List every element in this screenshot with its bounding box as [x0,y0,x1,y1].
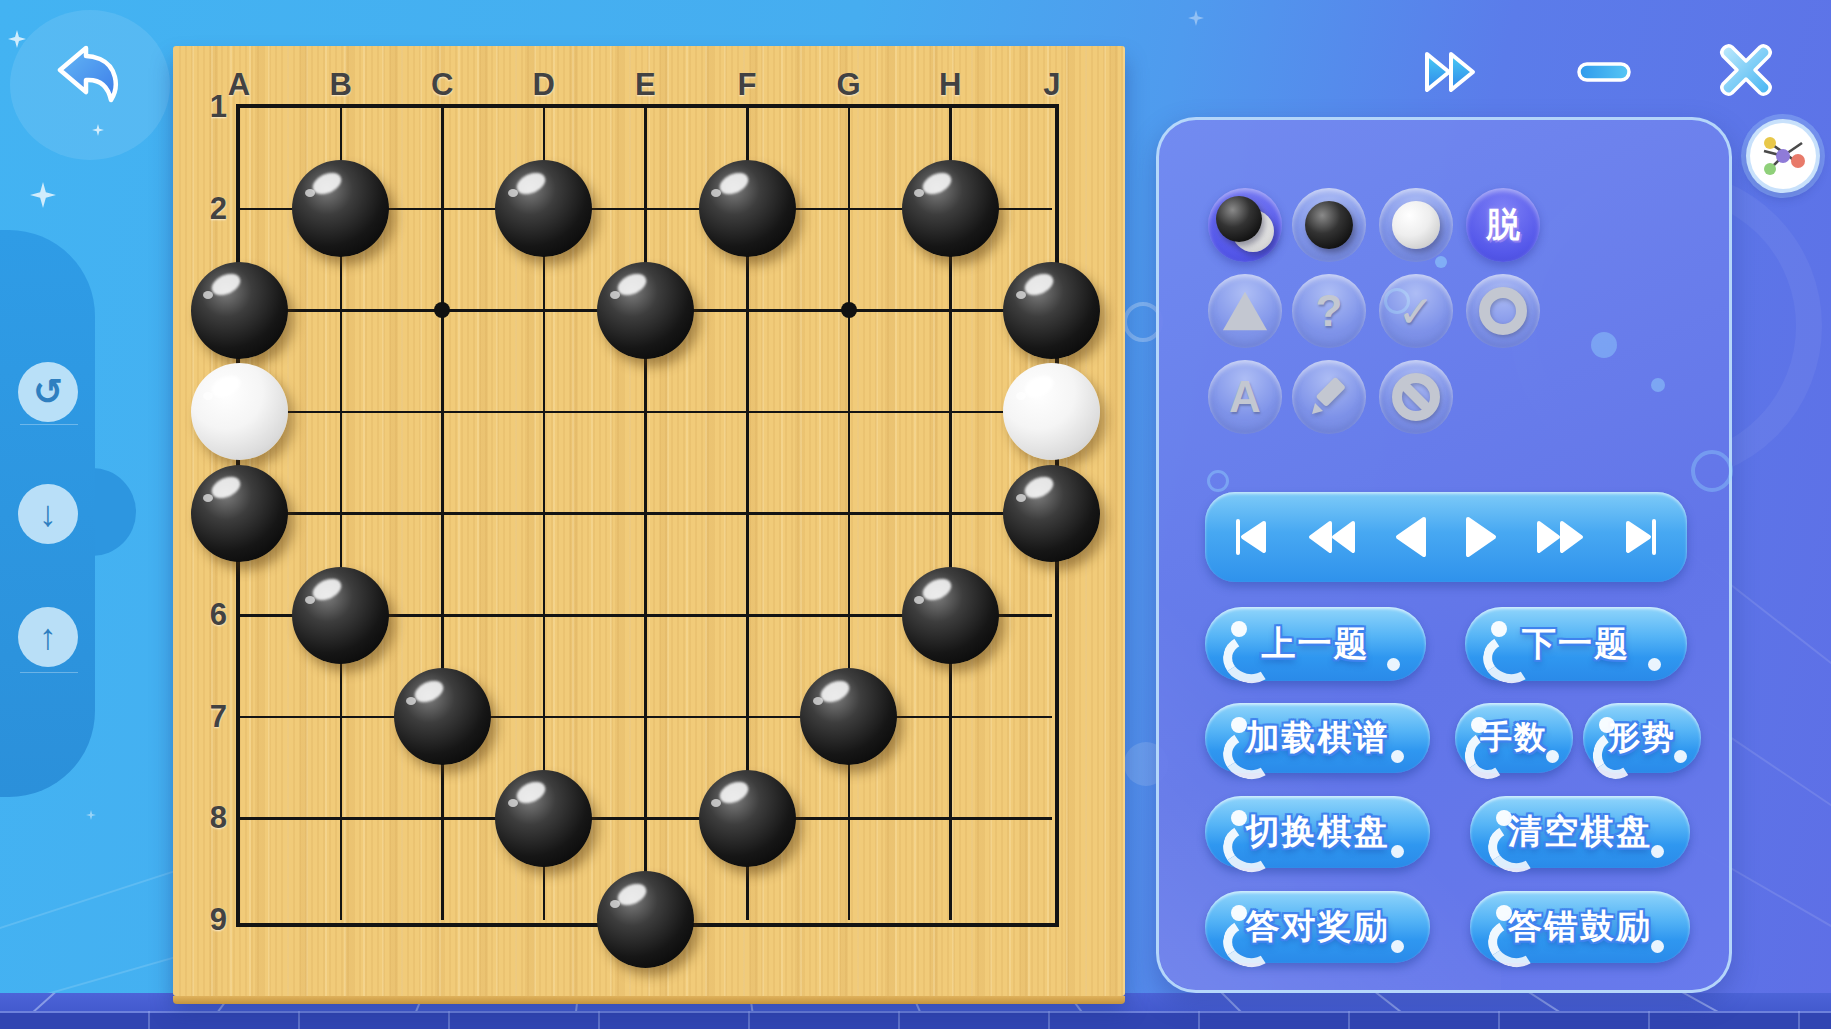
white-stone-tool[interactable] [1379,188,1453,262]
undo-button[interactable]: ↺ [18,362,78,422]
sparkle [92,124,104,136]
rewind-button[interactable] [1306,517,1358,557]
scroll-up-button[interactable]: ↑ [18,607,78,667]
close-icon [1716,40,1776,100]
switch-board-button[interactable]: 切换棋盘 [1205,796,1430,868]
black-stone-D8[interactable] [495,770,592,867]
pen-marker[interactable] [1292,360,1366,434]
black-stone-F8[interactable] [699,770,796,867]
black-stone-J5[interactable] [1003,465,1100,562]
sparkle [86,810,96,820]
prev-problem-label: 上一题 [1262,621,1370,667]
col-label-F: F [738,67,757,103]
black-stone-F2[interactable] [699,160,796,257]
board-edge [173,996,1125,1004]
circle-marker[interactable] [1466,274,1540,348]
triangle-marker[interactable] [1208,274,1282,348]
black-stone-E3[interactable] [597,262,694,359]
letter-marker[interactable]: A [1208,360,1282,434]
check-marker-icon: ✓ [1398,286,1435,337]
check-marker[interactable]: ✓ [1379,274,1453,348]
black-stone-H2[interactable] [902,160,999,257]
skip-to-start-button[interactable] [1231,517,1271,557]
pass-label: 脱 [1486,202,1520,248]
row-label-2: 2 [187,191,227,227]
row-label-7: 7 [187,699,227,735]
black-stone-A5[interactable] [191,465,288,562]
minimize-icon [1576,60,1632,84]
undo-icon: ↺ [33,371,63,413]
row-label-9: 9 [187,902,227,938]
black-stone-C7[interactable] [394,668,491,765]
grid-line [239,512,1052,515]
black-stone-J3[interactable] [1003,262,1100,359]
forbid-marker[interactable] [1379,360,1453,434]
black-stone-tool[interactable] [1292,188,1366,262]
col-label-E: E [635,67,656,103]
white-stone-A4[interactable] [191,363,288,460]
row-label-6: 6 [187,597,227,633]
fast-forward-icon [1421,46,1483,98]
minimize-button[interactable] [1576,60,1632,84]
sparkle [30,182,56,208]
col-label-H: H [939,67,961,103]
circle-icon [1479,287,1527,335]
step-back-button[interactable] [1393,515,1429,559]
grid-line [239,716,1052,719]
control-panel: 脱?✓A [1156,117,1732,993]
back-button[interactable] [56,44,120,106]
black-mini-stone [1216,196,1262,242]
black-stone-B2[interactable] [292,160,389,257]
letter-marker-icon: A [1229,372,1261,422]
forbid-icon [1392,373,1440,421]
scroll-down-icon: ↓ [39,493,57,535]
black-stone-D2[interactable] [495,160,592,257]
go-board[interactable]: ABCDEFGHJ123456789 [173,46,1125,996]
alternate-stone-toggle[interactable] [1208,188,1282,262]
close-button[interactable] [1716,40,1776,100]
triangle-icon [1221,290,1269,332]
col-label-C: C [431,67,453,103]
star-point [841,302,857,318]
correct-reward-button[interactable]: 答对奖励 [1205,891,1430,963]
black-stone-A3[interactable] [191,262,288,359]
wrong-encourage-button[interactable]: 答错鼓励 [1470,891,1690,963]
play-button[interactable] [1463,515,1499,559]
help-marker-icon: ? [1316,286,1343,336]
white-stone-J4[interactable] [1003,363,1100,460]
scroll-down-button[interactable]: ↓ [18,484,78,544]
help-marker[interactable]: ? [1292,274,1366,348]
col-label-G: G [837,67,861,103]
skip-to-end-button[interactable] [1621,517,1661,557]
situation-button[interactable]: 形势 [1583,703,1701,773]
row-label-1: 1 [187,89,227,125]
col-label-J: J [1043,67,1060,103]
next-problem-label: 下一题 [1522,621,1630,667]
col-label-A: A [228,67,250,103]
next-problem-button[interactable]: 下一题 [1465,607,1687,681]
grid-line [239,817,1052,820]
playback-bar [1205,492,1687,582]
fast-forward-move-button[interactable] [1534,517,1586,557]
floor-band [0,1011,1831,1029]
black-stone-G7[interactable] [800,668,897,765]
load-record-button[interactable]: 加载棋谱 [1205,703,1430,773]
app-window: ↺↓↑ ABCDEFGHJ123456789 脱?✓A [0,0,1831,1029]
col-label-B: B [329,67,351,103]
pen-icon [1307,375,1351,419]
move-count-button[interactable]: 手数 [1455,703,1573,773]
black-mini-stone [1305,201,1353,249]
clear-board-button[interactable]: 清空棋盘 [1470,796,1690,868]
grid-line [848,107,851,920]
col-label-D: D [533,67,555,103]
white-mini-stone [1392,201,1440,249]
back-arrow-icon [56,44,120,106]
row-label-8: 8 [187,800,227,836]
pass-button[interactable]: 脱 [1466,188,1540,262]
black-stone-H6[interactable] [902,567,999,664]
fast-forward-button[interactable] [1421,46,1483,98]
network-icon [1758,131,1808,181]
network-badge-button[interactable] [1746,119,1820,193]
prev-problem-button[interactable]: 上一题 [1205,607,1426,681]
sparkle [1188,10,1204,26]
black-stone-B6[interactable] [292,567,389,664]
black-stone-E9[interactable] [597,871,694,968]
scroll-up-icon: ↑ [39,616,57,658]
sparkle [8,30,26,48]
